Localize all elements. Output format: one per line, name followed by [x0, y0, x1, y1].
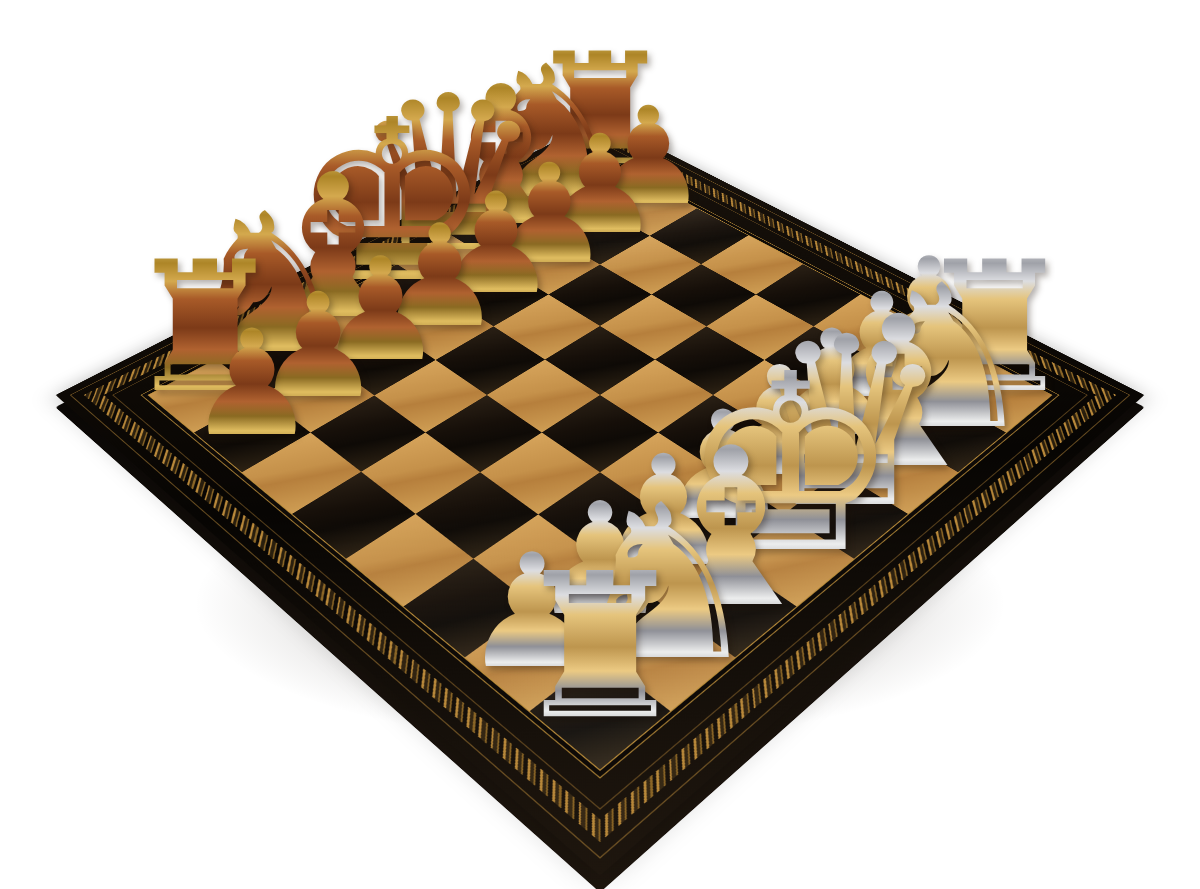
- square-c3[interactable]: [538, 472, 661, 559]
- square-a2[interactable]: [465, 606, 600, 711]
- square-a6[interactable]: [242, 432, 361, 514]
- square-f1[interactable]: [839, 432, 958, 514]
- square-b2[interactable]: [534, 559, 665, 657]
- square-e3[interactable]: [658, 395, 774, 472]
- square-c4[interactable]: [481, 432, 600, 514]
- product-photo: ♜♞♝♚♛♝♞♜♟♟♟♟♟♟♟♟♟♟♟♟♟♟♟♟♜♞♝♚♛♝♞♜: [0, 0, 1200, 889]
- square-d2[interactable]: [662, 472, 785, 559]
- square-b3[interactable]: [473, 514, 600, 606]
- square-a3[interactable]: [403, 559, 534, 657]
- square-a1[interactable]: [530, 657, 670, 769]
- square-e1[interactable]: [785, 472, 908, 559]
- square-e2[interactable]: [719, 432, 838, 514]
- photo-scene: [0, 0, 1200, 889]
- square-d1[interactable]: [727, 514, 854, 606]
- square-d4[interactable]: [542, 395, 658, 472]
- square-g1[interactable]: [890, 395, 1006, 472]
- square-c5[interactable]: [426, 395, 542, 472]
- square-b4[interactable]: [415, 472, 538, 559]
- chess-board: [56, 119, 1145, 876]
- square-b1[interactable]: [600, 606, 735, 711]
- square-c1[interactable]: [666, 559, 797, 657]
- square-a5[interactable]: [292, 472, 415, 559]
- square-b5[interactable]: [361, 432, 480, 514]
- square-a4[interactable]: [346, 514, 473, 606]
- square-b6[interactable]: [310, 395, 426, 472]
- square-c2[interactable]: [600, 514, 727, 606]
- board-border: [56, 119, 1145, 876]
- square-d3[interactable]: [600, 432, 719, 514]
- square-a7[interactable]: [194, 395, 310, 472]
- square-f2[interactable]: [774, 395, 890, 472]
- playing-field: [147, 157, 1052, 771]
